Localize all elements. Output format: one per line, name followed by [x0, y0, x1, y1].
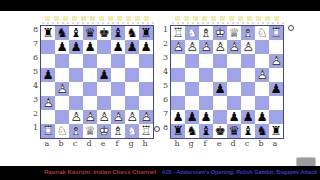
square-e8[interactable]: ♚ [213, 124, 227, 138]
square-a8[interactable]: ♜ [41, 26, 55, 40]
square-g4[interactable] [185, 68, 199, 82]
coordinate-label: c [68, 139, 82, 148]
square-c2[interactable]: ♟♙ [241, 40, 255, 54]
black-pawn: ♟ [55, 40, 69, 54]
black-rook: ♜ [269, 124, 283, 138]
white-knight: ♘ [55, 124, 69, 138]
square-b4[interactable]: ♟♙ [55, 82, 69, 96]
square-e8[interactable]: ♚ [97, 26, 111, 40]
black-pawn: ♟ [213, 82, 227, 96]
faint-underline-right [172, 22, 284, 24]
square-d1[interactable]: ♛♕ [83, 124, 97, 138]
coordinate-label: 7 [29, 39, 38, 53]
white-pawn: ♙ [227, 40, 241, 54]
square-e6[interactable] [213, 96, 227, 110]
square-f4[interactable] [111, 82, 125, 96]
square-h4[interactable] [171, 68, 185, 82]
square-f8[interactable]: ♝ [111, 26, 125, 40]
square-e3[interactable] [213, 54, 227, 68]
square-h8[interactable]: ♜ [171, 124, 185, 138]
coordinate-label: f [198, 139, 212, 148]
black-bishop: ♝ [241, 124, 255, 138]
chessboard-right: ♜♖♞♘♝♗♚♔♛♕♝♗♞♘♜♖♟♙♟♙♟♙♟♙♟♙♟♙♟♙♟♙♟♟♟♟♟♟♟♟… [170, 25, 284, 139]
white-queen: ♕ [227, 26, 241, 40]
square-b4[interactable]: ♟♙ [255, 68, 269, 82]
white-knight: ♘ [125, 124, 139, 138]
black-knight: ♞ [185, 124, 199, 138]
white-pawn: ♙ [97, 110, 111, 124]
black-king: ♚ [97, 26, 111, 40]
black-queen: ♛ [227, 124, 241, 138]
square-g7[interactable]: ♟ [125, 40, 139, 54]
coordinate-label: 6 [29, 53, 38, 67]
white-rook: ♖ [171, 26, 185, 40]
square-d4[interactable] [227, 68, 241, 82]
square-c4[interactable] [241, 68, 255, 82]
square-g3[interactable] [125, 96, 139, 110]
square-e2[interactable]: ♟♙ [97, 110, 111, 124]
square-h5[interactable] [171, 82, 185, 96]
coordinate-label: b [54, 139, 68, 148]
square-g8[interactable]: ♞ [125, 26, 139, 40]
square-f5[interactable] [199, 82, 213, 96]
faint-watermark-left [45, 16, 150, 21]
square-c3[interactable] [69, 96, 83, 110]
square-c6[interactable] [69, 54, 83, 68]
coordinate-label: 7 [159, 109, 168, 123]
square-f3[interactable] [199, 54, 213, 68]
black-pawn: ♟ [171, 110, 185, 124]
white-rook: ♖ [139, 124, 153, 138]
coordinate-label: e [212, 139, 226, 148]
square-b6[interactable] [55, 54, 69, 68]
square-a4[interactable] [41, 82, 55, 96]
file-labels-right: hgfedcba [170, 139, 282, 148]
coordinate-label: f [110, 139, 124, 148]
square-b5[interactable] [55, 68, 69, 82]
coordinate-label: b [254, 139, 268, 148]
white-pawn: ♙ [55, 82, 69, 96]
square-h1[interactable]: ♜♖ [171, 26, 185, 40]
white-king: ♔ [97, 124, 111, 138]
square-d2[interactable]: ♟♙ [227, 40, 241, 54]
square-a1[interactable]: ♜♖ [41, 124, 55, 138]
black-pawn: ♟ [185, 110, 199, 124]
white-to-move-indicator-right [288, 25, 294, 31]
file-labels-left: abcdefgh [40, 139, 152, 148]
square-h1[interactable]: ♜♖ [139, 124, 153, 138]
square-f6[interactable] [111, 54, 125, 68]
coordinate-label: 1 [159, 25, 168, 39]
square-a4[interactable] [269, 68, 283, 82]
coordinate-label: h [170, 139, 184, 148]
black-pawn: ♟ [83, 40, 97, 54]
square-d7[interactable]: ♟ [83, 40, 97, 54]
square-b2[interactable] [255, 40, 269, 54]
square-e5[interactable]: ♟ [213, 82, 227, 96]
coordinate-label: g [124, 139, 138, 148]
black-pawn: ♟ [241, 110, 255, 124]
coordinate-label: 1 [29, 123, 38, 137]
board-black-perspective: 12345678 ♜♖♞♘♝♗♚♔♛♕♝♗♞♘♜♖♟♙♟♙♟♙♟♙♟♙♟♙♟♙♟… [170, 25, 282, 137]
square-a1[interactable]: ♜♖ [269, 26, 283, 40]
square-h2[interactable]: ♟♙ [139, 110, 153, 124]
square-d8[interactable]: ♛ [227, 124, 241, 138]
square-b3[interactable] [55, 96, 69, 110]
coordinate-label: 3 [29, 95, 38, 109]
white-pawn: ♙ [139, 110, 153, 124]
white-pawn: ♙ [241, 40, 255, 54]
square-b7[interactable]: ♟ [55, 40, 69, 54]
square-b1[interactable]: ♞♘ [255, 26, 269, 40]
square-c4[interactable] [69, 82, 83, 96]
square-h6[interactable] [171, 96, 185, 110]
coordinate-label: 8 [29, 25, 38, 39]
square-f5[interactable] [111, 68, 125, 82]
square-h5[interactable] [139, 68, 153, 82]
video-frame: 87654321 ♜♞♝♛♚♝♞♜♟♟♟♟♟♟♟♟♟♙♟♙♟♙♟♙♟♙♟♙♟♙♟… [0, 0, 320, 180]
square-d8[interactable]: ♛ [83, 26, 97, 40]
square-c3[interactable] [241, 54, 255, 68]
square-g2[interactable]: ♟♙ [185, 40, 199, 54]
square-e1[interactable]: ♚♔ [213, 26, 227, 40]
square-a7[interactable] [41, 40, 55, 54]
square-e7[interactable] [213, 110, 227, 124]
white-pawn: ♙ [171, 40, 185, 54]
square-b6[interactable] [255, 96, 269, 110]
square-b1[interactable]: ♞♘ [55, 124, 69, 138]
square-e4[interactable] [97, 82, 111, 96]
bottom-letterbox-bar: Raunak Kasrum, Indian Chess Channel A00 … [0, 166, 320, 180]
square-d6[interactable] [227, 96, 241, 110]
black-pawn: ♟ [255, 110, 269, 124]
square-e6[interactable] [97, 54, 111, 68]
board-white-perspective: 87654321 ♜♞♝♛♚♝♞♜♟♟♟♟♟♟♟♟♟♙♟♙♟♙♟♙♟♙♟♙♟♙♟… [40, 25, 152, 137]
white-pawn: ♙ [255, 68, 269, 82]
white-bishop: ♗ [111, 124, 125, 138]
white-pawn: ♙ [185, 40, 199, 54]
black-pawn: ♟ [97, 68, 111, 82]
square-f7[interactable]: ♟ [199, 110, 213, 124]
square-e3[interactable] [97, 96, 111, 110]
coordinate-label: e [96, 139, 110, 148]
white-bishop: ♗ [69, 124, 83, 138]
square-a6[interactable] [41, 54, 55, 68]
square-f3[interactable] [111, 96, 125, 110]
square-f8[interactable]: ♝ [199, 124, 213, 138]
channel-credit: Raunak Kasrum, Indian Chess Channel [34, 169, 166, 175]
coordinate-label: a [268, 139, 282, 148]
square-a2[interactable] [269, 40, 283, 54]
white-to-move-indicator-left [154, 126, 160, 132]
square-c2[interactable]: ♟♙ [69, 110, 83, 124]
square-g3[interactable] [185, 54, 199, 68]
square-c5[interactable] [69, 68, 83, 82]
square-h3[interactable] [171, 54, 185, 68]
square-g5[interactable] [185, 82, 199, 96]
white-pawn: ♙ [111, 110, 125, 124]
square-f6[interactable] [199, 96, 213, 110]
square-c5[interactable] [241, 82, 255, 96]
black-pawn: ♟ [199, 110, 213, 124]
white-pawn: ♙ [83, 110, 97, 124]
coordinate-label: d [82, 139, 96, 148]
chessboard-left: ♜♞♝♛♚♝♞♜♟♟♟♟♟♟♟♟♟♙♟♙♟♙♟♙♟♙♟♙♟♙♟♙♜♖♞♘♝♗♛♕… [40, 25, 154, 139]
white-queen: ♕ [83, 124, 97, 138]
black-knight: ♞ [125, 26, 139, 40]
faint-underline-left [42, 22, 154, 24]
black-rook: ♜ [41, 26, 55, 40]
white-pawn: ♙ [125, 110, 139, 124]
black-knight: ♞ [255, 124, 269, 138]
square-e7[interactable] [97, 40, 111, 54]
black-pawn: ♟ [227, 110, 241, 124]
black-pawn: ♟ [41, 68, 55, 82]
square-a2[interactable] [41, 110, 55, 124]
square-f1[interactable]: ♝♗ [111, 124, 125, 138]
white-king: ♔ [213, 26, 227, 40]
square-b5[interactable] [255, 82, 269, 96]
square-d3[interactable] [83, 96, 97, 110]
black-pawn: ♟ [125, 40, 139, 54]
white-pawn: ♙ [199, 40, 213, 54]
coordinate-label: 6 [159, 95, 168, 109]
coordinate-label: 2 [159, 39, 168, 53]
square-d1[interactable]: ♛♕ [227, 26, 241, 40]
square-e4[interactable] [213, 68, 227, 82]
black-bishop: ♝ [111, 26, 125, 40]
black-king: ♚ [213, 124, 227, 138]
square-g6[interactable] [185, 96, 199, 110]
square-a5[interactable]: ♟ [41, 68, 55, 82]
coordinate-label: d [226, 139, 240, 148]
square-c7[interactable]: ♟ [69, 40, 83, 54]
square-f1[interactable]: ♝♗ [199, 26, 213, 40]
square-g2[interactable]: ♟♙ [125, 110, 139, 124]
white-bishop: ♗ [199, 26, 213, 40]
rank-labels-left: 87654321 [29, 25, 38, 137]
square-d7[interactable]: ♟ [227, 110, 241, 124]
black-pawn: ♟ [111, 40, 125, 54]
square-h8[interactable]: ♜ [139, 26, 153, 40]
white-knight: ♘ [255, 26, 269, 40]
coordinate-label: 4 [159, 67, 168, 81]
rank-labels-right: 12345678 [159, 25, 168, 137]
white-bishop: ♗ [241, 26, 255, 40]
square-f2[interactable]: ♟♙ [111, 110, 125, 124]
square-b2[interactable] [55, 110, 69, 124]
black-rook: ♜ [171, 124, 185, 138]
square-g1[interactable]: ♞♘ [185, 26, 199, 40]
square-h6[interactable] [139, 54, 153, 68]
square-d6[interactable] [83, 54, 97, 68]
square-e2[interactable]: ♟♙ [213, 40, 227, 54]
square-h3[interactable] [139, 96, 153, 110]
coordinate-label: c [240, 139, 254, 148]
black-rook: ♜ [139, 26, 153, 40]
black-bishop: ♝ [199, 124, 213, 138]
square-d5[interactable] [83, 68, 97, 82]
faint-watermark-right [175, 16, 280, 21]
square-h7[interactable]: ♟ [139, 40, 153, 54]
square-a6[interactable] [269, 96, 283, 110]
square-g8[interactable]: ♞ [185, 124, 199, 138]
square-d5[interactable] [227, 82, 241, 96]
black-bishop: ♝ [69, 26, 83, 40]
white-rook: ♖ [41, 124, 55, 138]
square-c7[interactable]: ♟ [241, 110, 255, 124]
coordinate-label: 5 [159, 81, 168, 95]
coordinate-label: 8 [159, 123, 168, 137]
white-pawn: ♙ [269, 54, 283, 68]
white-rook: ♖ [269, 26, 283, 40]
square-b8[interactable]: ♞ [255, 124, 269, 138]
square-g6[interactable] [125, 54, 139, 68]
white-pawn: ♙ [69, 110, 83, 124]
square-d2[interactable]: ♟♙ [83, 110, 97, 124]
white-pawn: ♙ [41, 96, 55, 110]
black-pawn: ♟ [269, 82, 283, 96]
black-knight: ♞ [55, 26, 69, 40]
square-f2[interactable]: ♟♙ [199, 40, 213, 54]
square-a3[interactable]: ♟♙ [269, 54, 283, 68]
black-pawn: ♟ [139, 40, 153, 54]
square-c8[interactable]: ♝ [69, 26, 83, 40]
top-letterbox-bar [0, 0, 320, 11]
square-c1[interactable]: ♝♗ [69, 124, 83, 138]
square-c8[interactable]: ♝ [241, 124, 255, 138]
white-knight: ♘ [185, 26, 199, 40]
square-g4[interactable] [125, 82, 139, 96]
coordinate-label: 4 [29, 81, 38, 95]
square-a8[interactable]: ♜ [269, 124, 283, 138]
square-a5[interactable]: ♟ [269, 82, 283, 96]
coordinate-label: h [138, 139, 152, 148]
square-b8[interactable]: ♞ [55, 26, 69, 40]
coordinate-label: 2 [29, 109, 38, 123]
coordinate-label: 3 [159, 53, 168, 67]
square-e5[interactable]: ♟ [97, 68, 111, 82]
square-e1[interactable]: ♚♔ [97, 124, 111, 138]
square-a7[interactable] [269, 110, 283, 124]
square-d3[interactable] [227, 54, 241, 68]
square-g1[interactable]: ♞♘ [125, 124, 139, 138]
coordinate-label: a [40, 139, 54, 148]
square-d4[interactable] [83, 82, 97, 96]
square-f7[interactable]: ♟ [111, 40, 125, 54]
square-b3[interactable] [255, 54, 269, 68]
white-pawn: ♙ [213, 40, 227, 54]
square-h2[interactable]: ♟♙ [171, 40, 185, 54]
square-c6[interactable] [241, 96, 255, 110]
square-g7[interactable]: ♟ [185, 110, 199, 124]
square-h4[interactable] [139, 82, 153, 96]
black-queen: ♛ [83, 26, 97, 40]
coordinate-label: 5 [29, 67, 38, 81]
square-g5[interactable] [125, 68, 139, 82]
opening-name: A00 - Anderssen's Opening, Polish Gambit… [161, 169, 318, 175]
square-a3[interactable]: ♟♙ [41, 96, 55, 110]
square-b7[interactable]: ♟ [255, 110, 269, 124]
square-h7[interactable]: ♟ [171, 110, 185, 124]
square-f4[interactable] [199, 68, 213, 82]
coordinate-label: g [184, 139, 198, 148]
black-pawn: ♟ [69, 40, 83, 54]
square-c1[interactable]: ♝♗ [241, 26, 255, 40]
